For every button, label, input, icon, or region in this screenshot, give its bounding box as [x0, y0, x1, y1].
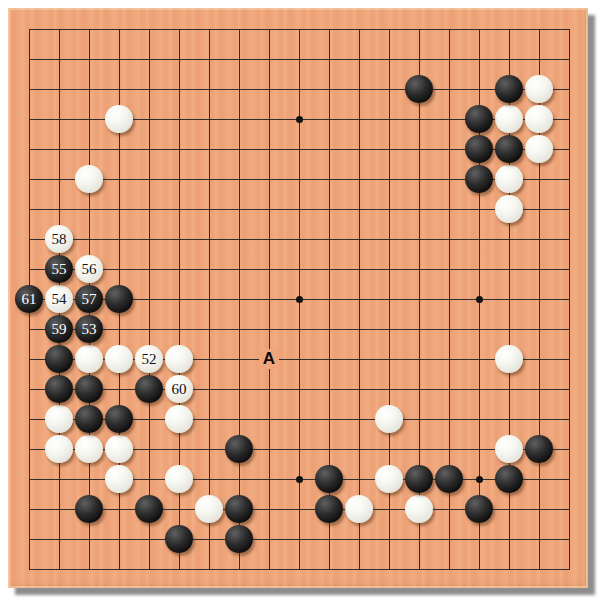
black-stone[interactable]	[165, 525, 193, 553]
white-stone[interactable]	[105, 435, 133, 463]
white-stone[interactable]	[45, 435, 73, 463]
white-stone[interactable]	[75, 345, 103, 373]
white-stone[interactable]: 52	[135, 345, 163, 373]
black-stone[interactable]: 53	[75, 315, 103, 343]
white-stone[interactable]	[495, 435, 523, 463]
white-stone[interactable]	[375, 465, 403, 493]
white-stone[interactable]	[165, 345, 193, 373]
black-stone[interactable]	[135, 495, 163, 523]
grid-line-vertical	[569, 29, 570, 570]
black-stone[interactable]	[495, 135, 523, 163]
white-stone[interactable]	[105, 105, 133, 133]
move-number: 58	[52, 232, 67, 247]
black-stone[interactable]	[465, 165, 493, 193]
black-stone[interactable]	[75, 495, 103, 523]
grid-line-horizontal	[29, 539, 570, 540]
black-stone[interactable]	[495, 465, 523, 493]
star-point	[476, 296, 483, 303]
move-number: 59	[52, 322, 67, 337]
white-stone[interactable]: 58	[45, 225, 73, 253]
black-stone[interactable]: 59	[45, 315, 73, 343]
black-stone[interactable]	[525, 435, 553, 463]
white-stone[interactable]: 56	[75, 255, 103, 283]
white-stone[interactable]	[495, 105, 523, 133]
grid-line-horizontal	[29, 569, 570, 570]
black-stone[interactable]	[315, 465, 343, 493]
white-stone[interactable]	[165, 405, 193, 433]
move-number: 53	[82, 322, 97, 337]
grid-line-horizontal	[29, 329, 570, 330]
move-number: 54	[52, 292, 67, 307]
black-stone[interactable]	[405, 75, 433, 103]
white-stone[interactable]	[405, 495, 433, 523]
black-stone[interactable]	[105, 285, 133, 313]
white-stone[interactable]: 60	[165, 375, 193, 403]
white-stone[interactable]	[75, 435, 103, 463]
move-number: 52	[142, 352, 157, 367]
white-stone[interactable]: 54	[45, 285, 73, 313]
black-stone[interactable]	[75, 405, 103, 433]
black-stone[interactable]	[225, 435, 253, 463]
black-stone[interactable]	[135, 375, 163, 403]
black-stone[interactable]	[315, 495, 343, 523]
black-stone[interactable]	[495, 75, 523, 103]
move-number: 56	[82, 262, 97, 277]
black-stone[interactable]: 57	[75, 285, 103, 313]
white-stone[interactable]	[165, 465, 193, 493]
move-number: 55	[52, 262, 67, 277]
white-stone[interactable]	[75, 165, 103, 193]
white-stone[interactable]	[105, 345, 133, 373]
black-stone[interactable]	[405, 465, 433, 493]
white-stone[interactable]	[525, 135, 553, 163]
black-stone[interactable]	[225, 525, 253, 553]
white-stone[interactable]	[495, 345, 523, 373]
white-stone[interactable]	[345, 495, 373, 523]
black-stone[interactable]	[465, 135, 493, 163]
black-stone[interactable]	[45, 375, 73, 403]
black-stone[interactable]	[435, 465, 463, 493]
point-label-A[interactable]: A	[259, 349, 279, 369]
black-stone[interactable]	[465, 105, 493, 133]
white-stone[interactable]	[195, 495, 223, 523]
move-number: 60	[172, 382, 187, 397]
black-stone[interactable]	[75, 375, 103, 403]
white-stone[interactable]	[375, 405, 403, 433]
move-number: 61	[22, 292, 37, 307]
star-point	[296, 296, 303, 303]
star-point	[296, 116, 303, 123]
white-stone[interactable]	[495, 165, 523, 193]
black-stone[interactable]: 61	[15, 285, 43, 313]
move-number: 57	[82, 292, 97, 307]
white-stone[interactable]	[525, 105, 553, 133]
go-board[interactable]: 52585654605561575953A	[8, 8, 588, 588]
star-point	[476, 476, 483, 483]
black-stone[interactable]	[225, 495, 253, 523]
star-point	[296, 476, 303, 483]
grid-line-vertical	[359, 29, 360, 570]
white-stone[interactable]	[45, 405, 73, 433]
black-stone[interactable]: 55	[45, 255, 73, 283]
white-stone[interactable]	[105, 465, 133, 493]
black-stone[interactable]	[105, 405, 133, 433]
white-stone[interactable]	[525, 75, 553, 103]
white-stone[interactable]	[495, 195, 523, 223]
black-stone[interactable]	[45, 345, 73, 373]
black-stone[interactable]	[465, 495, 493, 523]
grid-line-horizontal	[29, 389, 570, 390]
